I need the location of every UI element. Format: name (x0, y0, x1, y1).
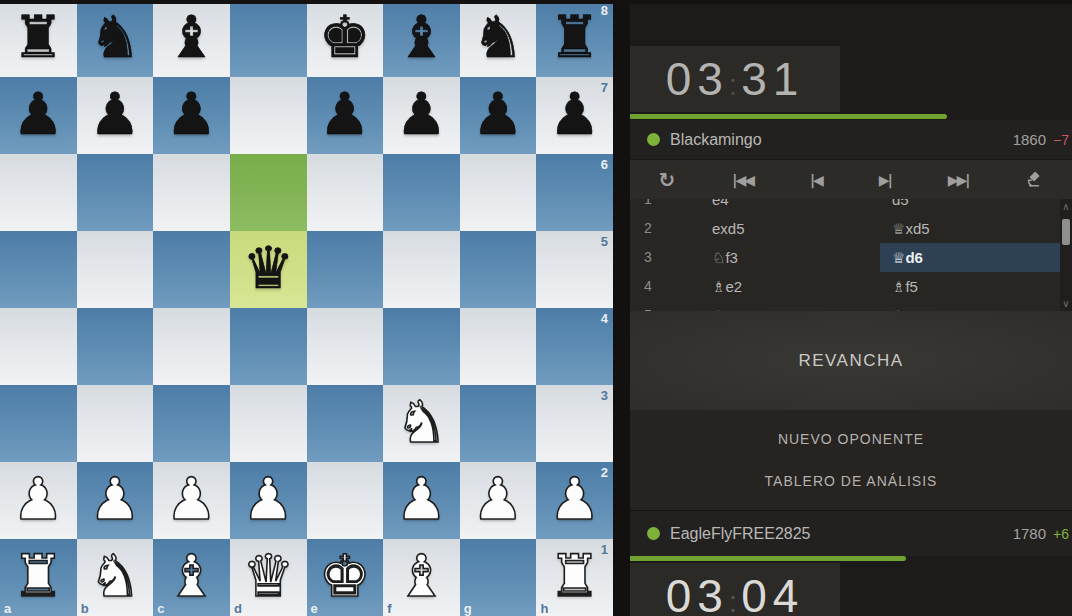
square-e3[interactable] (307, 385, 384, 462)
square-e1[interactable]: ♚e (307, 539, 384, 616)
microscope-icon (1025, 170, 1043, 188)
square-b8[interactable]: ♞ (77, 0, 154, 77)
move-5-white[interactable]: ♘c3 (700, 301, 880, 311)
piece-black-pawn[interactable]: ♟ (153, 77, 230, 154)
opponent-rating-delta: −7 (1053, 132, 1069, 148)
player-rating: 1780 (1013, 525, 1046, 542)
move-3-white[interactable]: ♘f3 (700, 243, 880, 272)
analysis-board-button[interactable]: TABLERO DE ANÁLISIS (765, 473, 938, 489)
file-label: e (311, 602, 318, 615)
piece-white-pawn[interactable]: ♟ (0, 462, 77, 539)
player-clock: 03:04 (630, 563, 840, 616)
piece-white-pawn[interactable]: ♟ (460, 462, 537, 539)
clock-seconds: 31 (741, 53, 804, 105)
rank-label: 8 (601, 4, 608, 17)
square-h4[interactable]: 4 (536, 308, 613, 385)
next-move-icon[interactable]: ▶| (879, 173, 891, 187)
move-1-black[interactable]: d5 (880, 199, 1060, 214)
scrollbar-thumb[interactable] (1062, 219, 1070, 245)
piece-black-pawn[interactable]: ♟ (0, 77, 77, 154)
piece-white-knight[interactable]: ♞ (383, 385, 460, 462)
player-name[interactable]: EagleFlyFREE2825 (670, 525, 811, 543)
move-number: 5 (630, 301, 700, 311)
move-2-white[interactable]: exd5 (700, 214, 880, 243)
rank-label: 3 (601, 389, 608, 402)
move-1-white[interactable]: e4 (700, 199, 880, 214)
player-row[interactable]: EagleFlyFREE2825 1780 +6 (630, 510, 1072, 556)
square-f8[interactable]: ♝ (383, 0, 460, 77)
square-d2[interactable]: ♟ (230, 462, 307, 539)
file-label: f (387, 602, 391, 615)
file-label: c (157, 602, 164, 615)
square-c6[interactable] (153, 154, 230, 231)
square-e7[interactable]: ♟ (307, 77, 384, 154)
rank-label: 5 (601, 235, 608, 248)
square-h6[interactable]: 6 (536, 154, 613, 231)
player-time-bar (630, 556, 906, 561)
square-f3[interactable]: ♞ (383, 385, 460, 462)
move-row: 5♘c3♘c6 (630, 301, 1060, 311)
last-move-icon[interactable]: ▶▶| (948, 173, 969, 187)
square-a6[interactable] (0, 154, 77, 231)
piece-black-bishop[interactable]: ♝ (153, 0, 230, 77)
square-c2[interactable]: ♟ (153, 462, 230, 539)
move-4-white[interactable]: ♗e2 (700, 272, 880, 301)
square-h7[interactable]: ♟7 (536, 77, 613, 154)
clock-minutes: 03 (666, 53, 729, 105)
square-c5[interactable] (153, 231, 230, 308)
square-a1[interactable]: ♜a (0, 539, 77, 616)
flip-board-icon[interactable]: ↻ (659, 170, 676, 190)
move-list-inner: 1e4d52exd5♕xd53♘f3♕d64♗e2♗f55♘c3♘c6 (630, 199, 1060, 311)
piece-white-rook[interactable]: ♜ (0, 539, 77, 616)
square-g8[interactable]: ♞ (460, 0, 537, 77)
square-f1[interactable]: ♝f (383, 539, 460, 616)
piece-black-pawn[interactable]: ♟ (77, 77, 154, 154)
online-dot (647, 133, 660, 146)
rank-label: 2 (601, 466, 608, 479)
piece-white-pawn[interactable]: ♟ (383, 462, 460, 539)
game-side-panel: 03:31 Blackamingo 1860 −7 ↻ |◀◀ |◀ ▶| ▶▶… (630, 0, 1072, 616)
square-f5[interactable] (383, 231, 460, 308)
piece-black-rook[interactable]: ♜ (0, 0, 77, 77)
square-g5[interactable] (460, 231, 537, 308)
piece-black-knight[interactable]: ♞ (460, 0, 537, 77)
rank-label: 1 (601, 543, 608, 556)
rematch-button[interactable]: REVANCHA (630, 311, 1072, 410)
move-row: 4♗e2♗f5 (630, 272, 1060, 301)
square-g3[interactable] (460, 385, 537, 462)
square-d5[interactable]: ♛ (230, 231, 307, 308)
square-b4[interactable] (77, 308, 154, 385)
square-d1[interactable]: ♛d (230, 539, 307, 616)
move-5-black[interactable]: ♘c6 (880, 301, 1060, 311)
piece-white-king[interactable]: ♚ (307, 539, 384, 616)
square-e4[interactable] (307, 308, 384, 385)
post-game-actions: NUEVO OPONENTE TABLERO DE ANÁLISIS (630, 410, 1072, 510)
file-label: d (234, 602, 242, 615)
chess-board: ♜♞♝♚♝♞♜8♟♟♟♟♟♟♟76♛54♞3♟♟♟♟♟♟♟2♜a♞b♝c♛d♚e… (0, 0, 613, 616)
square-b2[interactable]: ♟ (77, 462, 154, 539)
square-c8[interactable]: ♝ (153, 0, 230, 77)
square-b5[interactable] (77, 231, 154, 308)
square-a2[interactable]: ♟ (0, 462, 77, 539)
online-dot (647, 527, 660, 540)
piece-white-pawn[interactable]: ♟ (153, 462, 230, 539)
move-number: 2 (630, 214, 700, 243)
move-4-black[interactable]: ♗f5 (880, 272, 1060, 301)
move-row: 1e4d5 (630, 199, 1060, 214)
clock-seconds: 04 (741, 570, 804, 616)
square-h5[interactable]: 5 (536, 231, 613, 308)
square-d7[interactable] (230, 77, 307, 154)
clock-minutes: 03 (666, 570, 729, 616)
square-h1[interactable]: ♜1h (536, 539, 613, 616)
move-number: 4 (630, 272, 700, 301)
rank-label: 6 (601, 158, 608, 171)
piece-black-pawn[interactable]: ♟ (460, 77, 537, 154)
rank-label: 4 (601, 312, 608, 325)
clock-colon: : (729, 68, 737, 101)
piece-black-bishop[interactable]: ♝ (383, 0, 460, 77)
scroll-down-icon[interactable]: ∨ (1060, 298, 1072, 309)
opponent-name[interactable]: Blackamingo (670, 131, 762, 149)
clock-colon: : (729, 585, 737, 616)
piece-black-pawn[interactable]: ♟ (307, 77, 384, 154)
file-label: b (81, 602, 89, 615)
board-panel-divider (613, 0, 630, 616)
file-label: h (540, 602, 548, 615)
square-b7[interactable]: ♟ (77, 77, 154, 154)
move-2-black[interactable]: ♕xd5 (880, 214, 1060, 243)
square-g1[interactable]: g (460, 539, 537, 616)
square-f6[interactable] (383, 154, 460, 231)
square-b3[interactable] (77, 385, 154, 462)
move-row: 3♘f3♕d6 (630, 243, 1060, 272)
piece-black-king[interactable]: ♚ (307, 0, 384, 77)
opponent-clock: 03:31 (630, 46, 840, 112)
square-e5[interactable] (307, 231, 384, 308)
square-b6[interactable] (77, 154, 154, 231)
square-a8[interactable]: ♜ (0, 0, 77, 77)
square-a5[interactable] (0, 231, 77, 308)
square-e8[interactable]: ♚ (307, 0, 384, 77)
move-row: 2exd5♕xd5 (630, 214, 1060, 243)
opponent-player-row[interactable]: Blackamingo 1860 −7 (630, 120, 1072, 160)
piece-black-knight[interactable]: ♞ (77, 0, 154, 77)
previous-move-icon[interactable]: |◀ (810, 173, 822, 187)
piece-black-pawn[interactable]: ♟ (383, 77, 460, 154)
square-e2[interactable] (307, 462, 384, 539)
move-3-black[interactable]: ♕d6 (880, 243, 1060, 272)
opponent-rating: 1860 (1013, 131, 1046, 148)
square-g4[interactable] (460, 308, 537, 385)
analysis-icon[interactable] (1025, 170, 1043, 190)
square-c1[interactable]: ♝c (153, 539, 230, 616)
piece-black-queen[interactable]: ♛ (230, 231, 307, 308)
square-c4[interactable] (153, 308, 230, 385)
move-list[interactable]: 1e4d52exd5♕xd53♘f3♕d64♗e2♗f55♘c3♘c6 (630, 199, 1060, 311)
square-h8[interactable]: ♜8 (536, 0, 613, 77)
window-top-strip (0, 0, 1072, 4)
new-opponent-button[interactable]: NUEVO OPONENTE (778, 431, 924, 447)
square-d8[interactable] (230, 0, 307, 77)
file-label: g (464, 602, 472, 615)
piece-white-pawn[interactable]: ♟ (230, 462, 307, 539)
file-label: a (4, 602, 11, 615)
scroll-up-icon[interactable]: ∧ (1060, 201, 1072, 212)
piece-white-bishop[interactable]: ♝ (153, 539, 230, 616)
square-d3[interactable] (230, 385, 307, 462)
square-g7[interactable]: ♟ (460, 77, 537, 154)
square-h3[interactable]: 3 (536, 385, 613, 462)
move-number: 3 (630, 243, 700, 272)
square-b1[interactable]: ♞b (77, 539, 154, 616)
square-g6[interactable] (460, 154, 537, 231)
rank-label: 7 (601, 81, 608, 94)
first-move-icon[interactable]: |◀◀ (732, 173, 753, 187)
square-e6[interactable] (307, 154, 384, 231)
opponent-time-bar (630, 114, 947, 119)
square-c7[interactable]: ♟ (153, 77, 230, 154)
square-c3[interactable] (153, 385, 230, 462)
move-number: 1 (630, 199, 700, 214)
player-rating-delta: +6 (1053, 526, 1069, 542)
lichess-game-screen: ♜♞♝♚♝♞♜8♟♟♟♟♟♟♟76♛54♞3♟♟♟♟♟♟♟2♜a♞b♝c♛d♚e… (0, 0, 1072, 616)
square-a7[interactable]: ♟ (0, 77, 77, 154)
piece-white-pawn[interactable]: ♟ (77, 462, 154, 539)
square-d6[interactable] (230, 154, 307, 231)
piece-white-bishop[interactable]: ♝ (383, 539, 460, 616)
square-a4[interactable] (0, 308, 77, 385)
square-g2[interactable]: ♟ (460, 462, 537, 539)
square-h2[interactable]: ♟2 (536, 462, 613, 539)
square-f4[interactable] (383, 308, 460, 385)
square-f7[interactable]: ♟ (383, 77, 460, 154)
square-f2[interactable]: ♟ (383, 462, 460, 539)
square-d4[interactable] (230, 308, 307, 385)
move-list-scrollbar[interactable]: ∧ ∨ (1060, 199, 1072, 311)
square-a3[interactable] (0, 385, 77, 462)
move-navigation-bar: ↻ |◀◀ |◀ ▶| ▶▶| (630, 160, 1072, 199)
